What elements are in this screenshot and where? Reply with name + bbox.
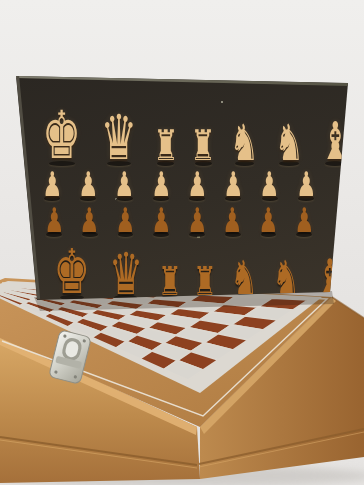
tray-slot: ♟ — [288, 171, 324, 198]
piece-dark-queen: ♛ — [108, 251, 142, 297]
piece-light-pawn: ♟ — [223, 171, 243, 198]
tray-slot: ♟ — [286, 207, 322, 234]
tray-slot: ♟ — [36, 207, 72, 234]
piece-light-queen: ♛ — [101, 113, 138, 163]
piece-dark-pawn: ♟ — [187, 207, 207, 234]
piece-light-king: ♚ — [42, 110, 81, 163]
piece-light-pawn: ♟ — [296, 171, 316, 198]
tray-slot: ♚ — [32, 110, 91, 163]
tray-slot: ♛ — [91, 113, 147, 163]
tray-slot: ♛ — [100, 251, 152, 297]
tray-slot: ♟ — [251, 207, 287, 234]
piece-dark-king: ♚ — [53, 247, 90, 297]
piece-dark-pawn: ♟ — [294, 207, 314, 234]
tray-slot: ♟ — [143, 171, 179, 198]
tray-slot: ♜ — [152, 265, 188, 297]
piece-light-pawn: ♟ — [260, 171, 280, 198]
piece-light-knight: ♞ — [275, 123, 305, 163]
piece-dark-knight: ♞ — [273, 259, 301, 297]
piece-light-pawn: ♟ — [115, 171, 135, 198]
tray-slot: ♟ — [143, 207, 179, 234]
tray-slot: ♞ — [265, 259, 307, 297]
piece-dark-pawn: ♟ — [151, 207, 171, 234]
piece-light-rook: ♜ — [153, 129, 178, 163]
piece-light-pawn: ♟ — [151, 171, 171, 198]
piece-dark-rook: ♜ — [158, 265, 182, 297]
piece-dark-pawn: ♟ — [223, 207, 243, 234]
piece-dark-knight: ♞ — [230, 259, 258, 297]
tray-row-dark-majors: ♚♛♜♜♞♞♝♝ — [44, 247, 314, 297]
tray-slot: ♟ — [70, 171, 106, 198]
piece-light-rook: ♜ — [191, 129, 216, 163]
piece-light-pawn: ♟ — [187, 171, 207, 198]
tray-slot: ♟ — [215, 207, 251, 234]
tray-slot: ♟ — [179, 207, 215, 234]
tray-row-light-majors: ♚♛♜♜♞♞♝♝ — [32, 110, 332, 163]
tray-slot: ♟ — [34, 171, 70, 198]
tray-row-dark-pawns: ♟♟♟♟♟♟♟♟ — [36, 207, 322, 234]
tray-row-light-pawns: ♟♟♟♟♟♟♟♟ — [34, 171, 324, 198]
piece-dark-pawn: ♟ — [115, 207, 135, 234]
tray-slot: ♟ — [107, 171, 143, 198]
tray-slot: ♜ — [184, 129, 222, 163]
piece-light-pawn: ♟ — [78, 171, 98, 198]
tray-slot: ♜ — [187, 265, 223, 297]
piece-light-knight: ♞ — [230, 123, 260, 163]
piece-tray: ♚♛♜♜♞♞♝♝ ♟♟♟♟♟♟♟♟ ♟♟♟♟♟♟♟♟ ♚♛♜♜♞♞♝♝ — [16, 75, 348, 300]
tray-slot: ♜ — [147, 129, 185, 163]
tray-slot: ♟ — [179, 171, 215, 198]
tray-slot: ♟ — [252, 171, 288, 198]
piece-light-pawn: ♟ — [42, 171, 62, 198]
tray-slot: ♟ — [215, 171, 251, 198]
tray-slot: ♞ — [222, 123, 267, 163]
tray-slot: ♟ — [72, 207, 108, 234]
tray-slot: ♞ — [267, 123, 312, 163]
tray-slot: ♞ — [223, 259, 265, 297]
tray-slot: ♚ — [44, 247, 100, 297]
piece-dark-rook: ♜ — [194, 265, 218, 297]
piece-dark-pawn: ♟ — [44, 207, 64, 234]
piece-dark-pawn: ♟ — [80, 207, 100, 234]
chess-set-photo: ♚♛♜♜♞♞♝♝ ♟♟♟♟♟♟♟♟ ♟♟♟♟♟♟♟♟ ♚♛♜♜♞♞♝♝ — [0, 0, 364, 485]
piece-dark-pawn: ♟ — [258, 207, 278, 234]
tray-slot: ♟ — [108, 207, 144, 234]
